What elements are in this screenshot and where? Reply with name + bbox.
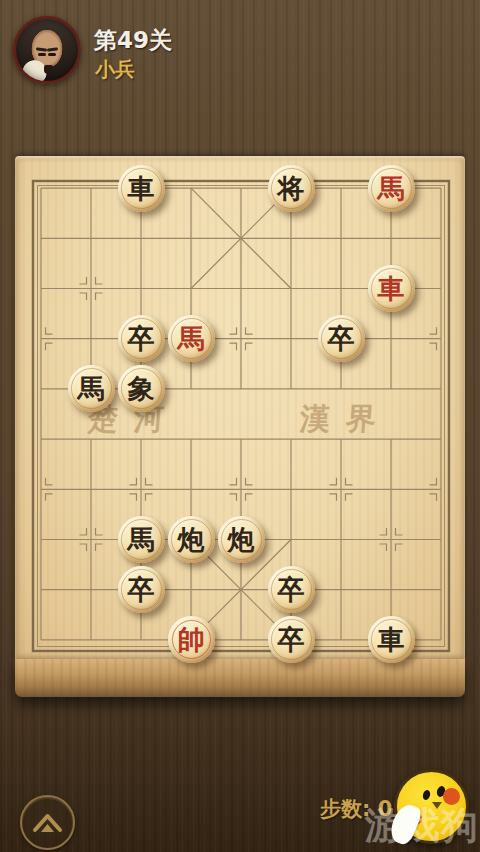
piece-glyph: 馬 (178, 325, 205, 352)
piece-glyph: 卒 (278, 576, 305, 603)
avatar-eye (38, 53, 46, 56)
piece-black-soldier[interactable]: 卒 (318, 315, 365, 362)
piece-black-elephant[interactable]: 象 (118, 365, 165, 412)
piece-glyph: 炮 (178, 526, 205, 553)
site-watermark: 游戏狗 (365, 801, 479, 851)
piece-glyph: 車 (378, 626, 405, 653)
avatar-eye (48, 53, 56, 56)
piece-black-horse[interactable]: 馬 (118, 516, 165, 563)
piece-black-soldier[interactable]: 卒 (118, 566, 165, 613)
chick-eye (422, 789, 432, 801)
piece-black-soldier[interactable]: 卒 (268, 616, 315, 663)
up-chevron-icon (22, 797, 73, 848)
piece-black-horse[interactable]: 馬 (68, 365, 115, 412)
avatar-beard (44, 65, 53, 74)
piece-glyph: 卒 (278, 626, 305, 653)
piece-glyph: 馬 (78, 375, 105, 402)
piece-glyph: 馬 (378, 175, 405, 202)
level-subtitle: 小兵 (95, 56, 135, 83)
piece-black-cannon[interactable]: 炮 (168, 516, 215, 563)
piece-glyph: 将 (278, 175, 305, 202)
piece-red-horse[interactable]: 馬 (368, 165, 415, 212)
piece-red-horse[interactable]: 馬 (168, 315, 215, 362)
piece-glyph: 卒 (328, 325, 355, 352)
piece-black-soldier[interactable]: 卒 (118, 315, 165, 362)
piece-glyph: 卒 (128, 325, 155, 352)
avatar-brow (47, 47, 58, 52)
piece-black-general[interactable]: 将 (268, 165, 315, 212)
piece-glyph: 車 (378, 275, 405, 302)
piece-black-cannon[interactable]: 炮 (218, 516, 265, 563)
player-avatar[interactable] (13, 16, 81, 84)
piece-glyph: 象 (128, 375, 155, 402)
piece-black-chariot[interactable]: 車 (368, 616, 415, 663)
piece-black-chariot[interactable]: 車 (118, 165, 165, 212)
steps-label: 步数: (320, 797, 370, 821)
piece-red-chariot[interactable]: 車 (368, 265, 415, 312)
piece-glyph: 炮 (228, 526, 255, 553)
piece-glyph: 馬 (128, 526, 155, 553)
piece-black-soldier[interactable]: 卒 (268, 566, 315, 613)
avatar-brow (36, 47, 47, 52)
xiangqi-board: 車将馬車卒馬卒馬象馬炮炮卒卒帥卒車 (16, 163, 466, 665)
piece-red-general[interactable]: 帥 (168, 616, 215, 663)
piece-glyph: 帥 (178, 626, 205, 653)
piece-glyph: 車 (128, 175, 155, 202)
level-title: 第49关 (94, 25, 172, 56)
piece-glyph: 卒 (128, 576, 155, 603)
back-button[interactable] (20, 795, 75, 850)
